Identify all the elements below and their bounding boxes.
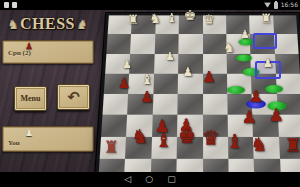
white-rook-a1[interactable]: ♜ — [260, 12, 272, 25]
hint-marker-c5[interactable] — [227, 86, 245, 94]
white-pawn-h4[interactable]: ♟ — [122, 59, 132, 70]
red-pawn-g6[interactable]: ♟ — [140, 90, 153, 105]
nav-home-icon[interactable]: ○ — [145, 172, 153, 187]
red-pawn-a7[interactable]: ♟ — [268, 107, 283, 124]
red-pawn-b6-selected[interactable]: ♟ — [249, 89, 263, 105]
hint-marker-b5[interactable] — [265, 85, 283, 93]
red-pawn-h5[interactable]: ♟ — [118, 76, 131, 90]
nav-recents-icon[interactable]: ▢ — [167, 172, 176, 187]
white-knight-c3[interactable]: ♞ — [223, 41, 235, 54]
red-bishop-f8[interactable]: ♝ — [155, 131, 172, 150]
white-pawn-b4[interactable]: ♟ — [263, 57, 274, 69]
red-king-e8[interactable]: ♚ — [178, 126, 196, 146]
white-pawn-e4[interactable]: ♟ — [183, 66, 194, 78]
white-pawn-c2[interactable]: ♟ — [240, 29, 250, 40]
red-pawn-d5[interactable]: ♟ — [202, 70, 215, 85]
white-pawn-f3[interactable]: ♟ — [165, 51, 175, 62]
red-rook-a8[interactable]: ♜ — [284, 136, 300, 155]
white-rook-h1[interactable]: ♜ — [127, 13, 139, 26]
red-bishop-c8[interactable]: ♝ — [226, 132, 243, 151]
android-nav-bar: ◁ ○ ▢ — [0, 172, 300, 187]
board-overlay: ♚♜♝♞♛♜♟♞♟♟♟♟♟♝♟♟♟♟♟♟♟♞♚♛♝♝♞♜♜ — [0, 0, 300, 187]
white-king-e1[interactable]: ♚ — [184, 8, 197, 22]
nav-back-icon[interactable]: ◁ — [124, 172, 131, 187]
red-rook-h8[interactable]: ♜ — [103, 139, 118, 156]
white-knight-g1[interactable]: ♞ — [149, 12, 161, 25]
white-bishop-g5[interactable]: ♝ — [141, 72, 154, 86]
white-bishop-f1[interactable]: ♝ — [167, 12, 178, 24]
hint-marker-c3[interactable] — [236, 55, 252, 62]
last-move-marker-b2[interactable] — [253, 33, 277, 49]
red-pawn-c7[interactable]: ♟ — [241, 109, 256, 126]
white-queen-d1[interactable]: ♛ — [203, 13, 215, 26]
red-knight-b8[interactable]: ♞ — [250, 135, 267, 154]
red-knight-g8[interactable]: ♞ — [131, 127, 148, 146]
red-queen-d8[interactable]: ♛ — [202, 128, 220, 148]
